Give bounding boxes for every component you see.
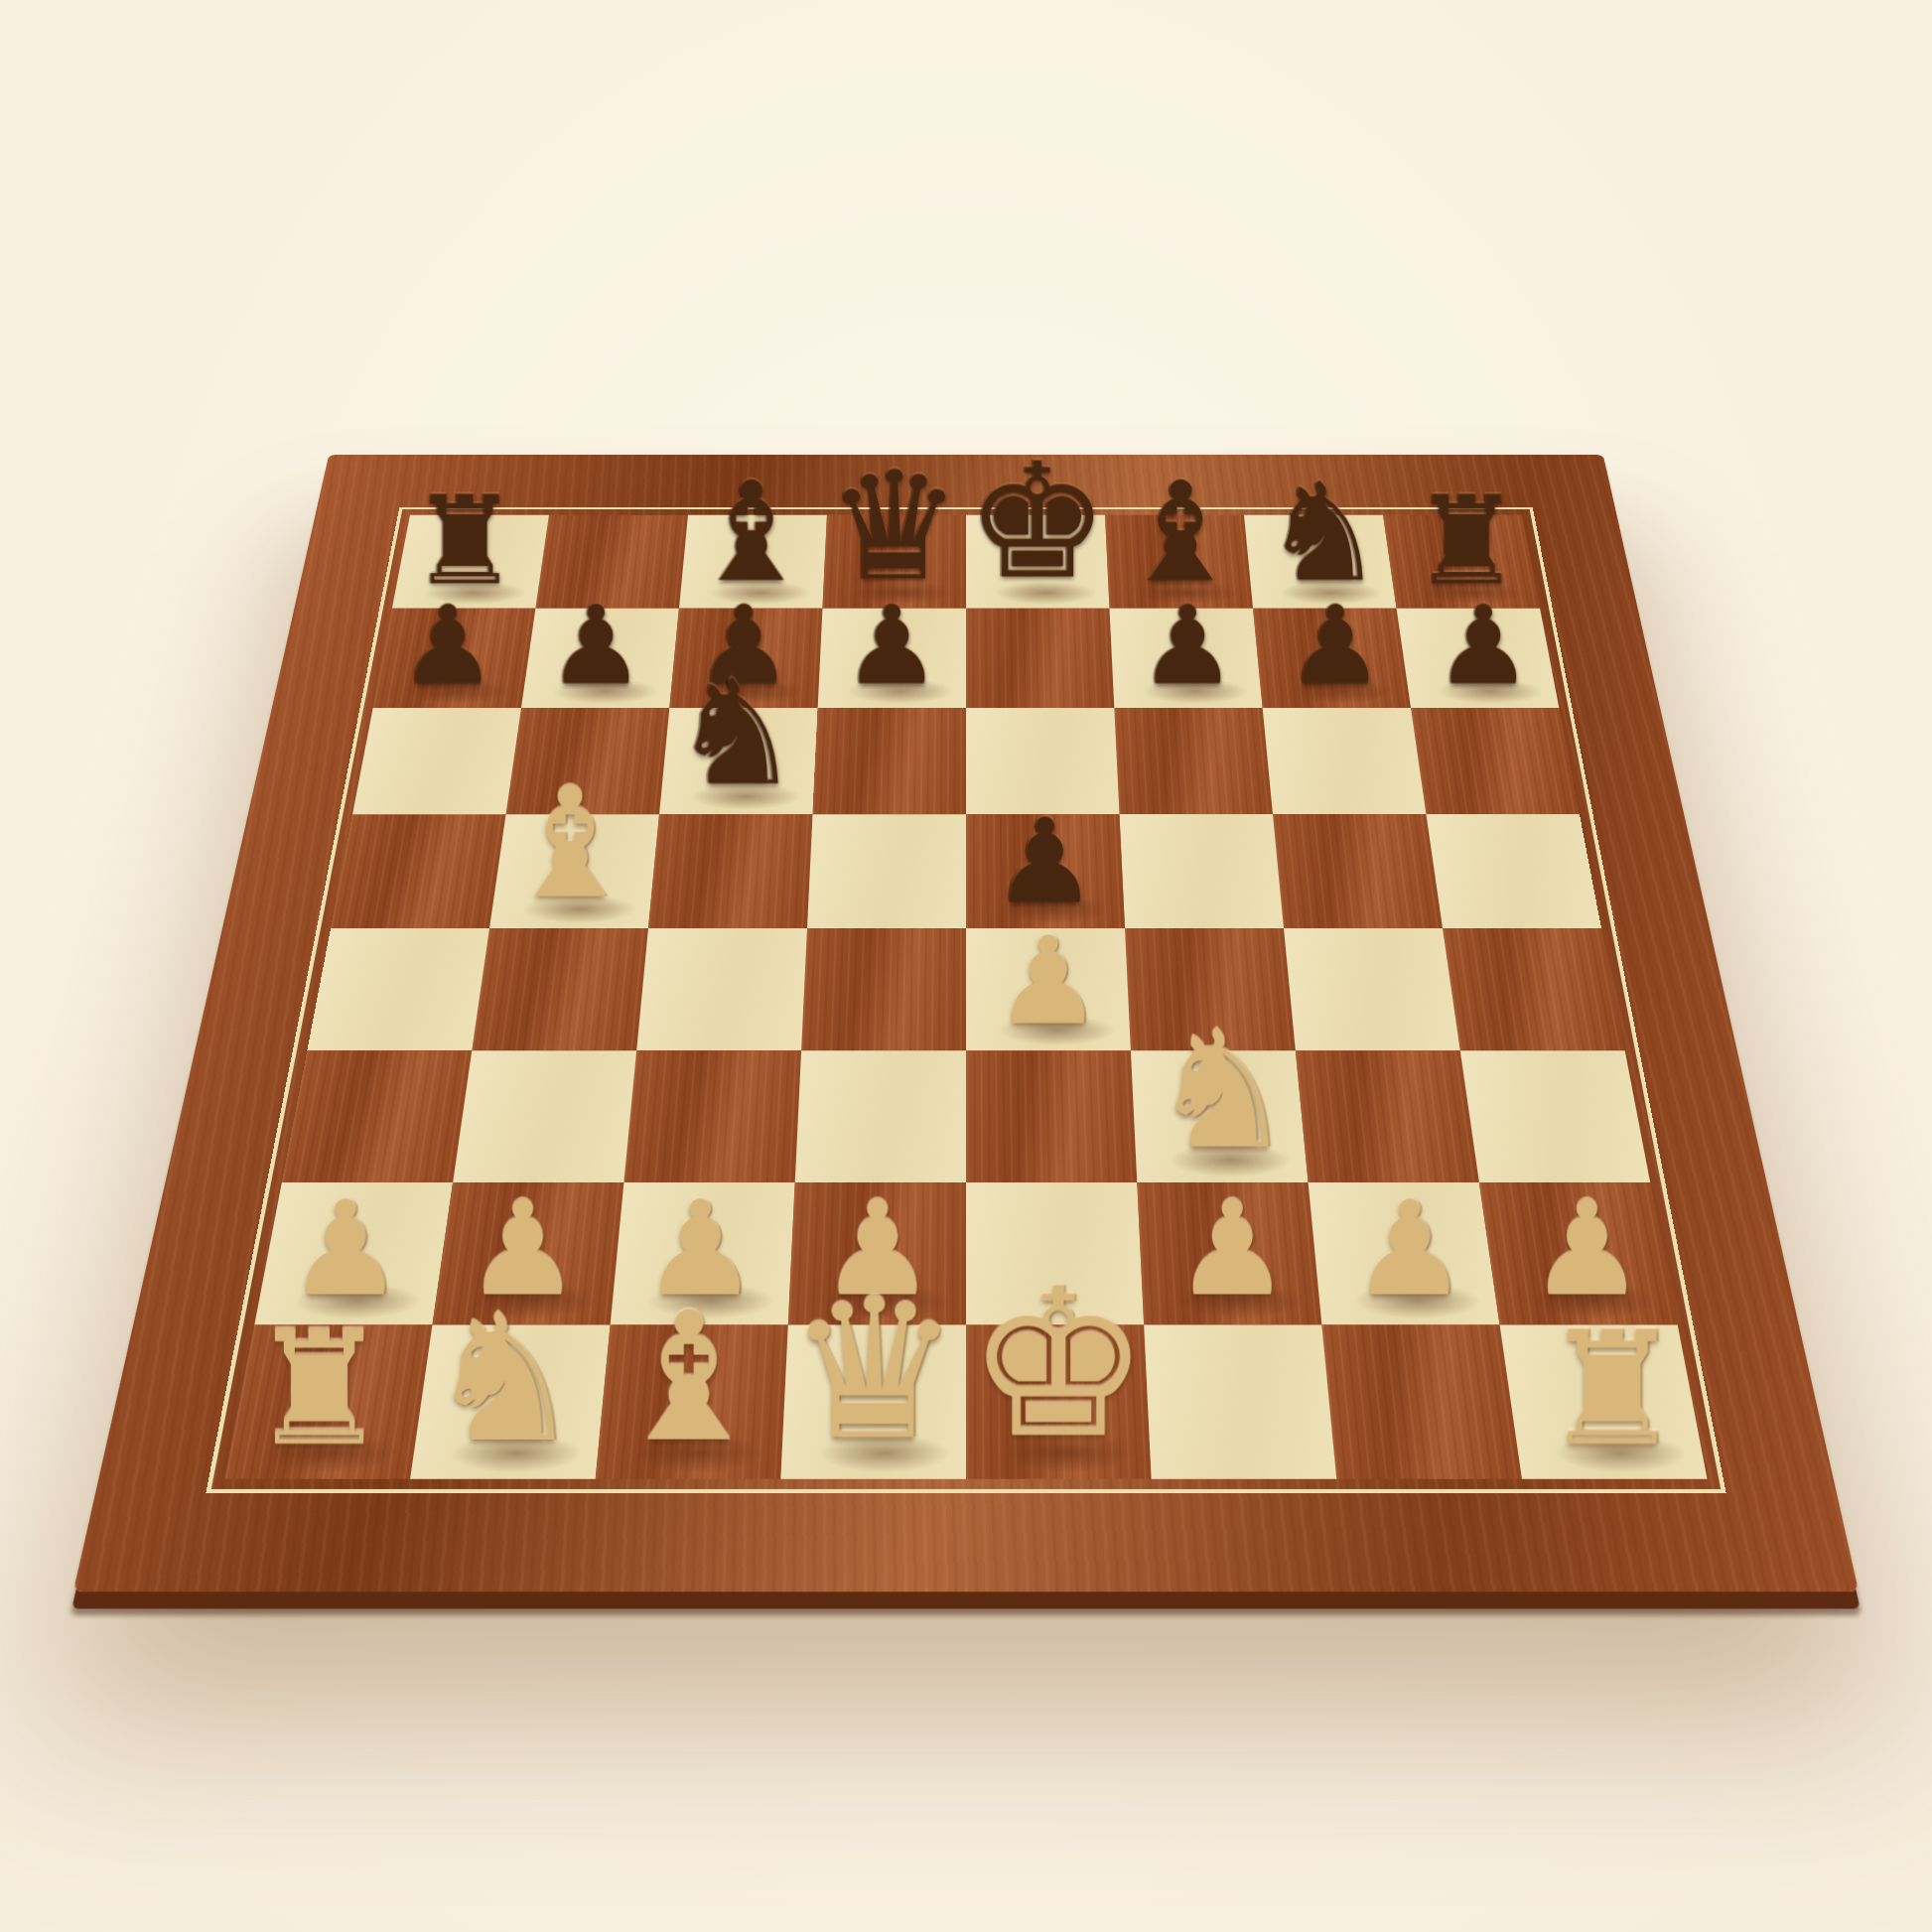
square-e1: ♚ (966, 1324, 1152, 1478)
black-king-e8: ♚ (966, 442, 1109, 601)
white-pawn-a2: ♟ (287, 1183, 404, 1314)
square-e8: ♚ (966, 515, 1110, 609)
white-bishop-b5: ♝ (501, 767, 638, 920)
black-pawn-b7: ♟ (547, 591, 645, 700)
white-rook-h1: ♜ (1542, 1311, 1683, 1467)
square-f7: ♟ (1110, 609, 1263, 708)
square-g4 (1284, 928, 1460, 1050)
square-h1: ♜ (1500, 1324, 1708, 1478)
square-c1: ♝ (596, 1324, 788, 1478)
square-g2: ♟ (1309, 1182, 1500, 1324)
square-h3 (1460, 1050, 1650, 1182)
board-grid: ♜♝♛♚♝♞♜♟♟♟♟♟♟♟♞♝♟♟♞♟♟♟♟♟♟♟♜♞♝♛♚♜ (224, 515, 1707, 1479)
square-g7: ♟ (1253, 609, 1411, 708)
square-e4: ♟ (966, 928, 1131, 1050)
white-pawn-h2: ♟ (1528, 1183, 1645, 1314)
white-knight-b1: ♞ (426, 1292, 583, 1467)
white-pawn-g2: ♟ (1351, 1183, 1468, 1314)
square-c3 (623, 1050, 801, 1182)
square-a3 (282, 1050, 472, 1182)
black-pawn-f7: ♟ (1139, 591, 1237, 700)
square-b1: ♞ (410, 1324, 611, 1478)
black-bishop-f8: ♝ (1119, 464, 1242, 602)
white-rook-a1: ♜ (249, 1311, 390, 1467)
square-b7: ♟ (521, 609, 679, 708)
white-pawn-f2: ♟ (1173, 1183, 1291, 1314)
board-frame: ♜♝♛♚♝♞♜♟♟♟♟♟♟♟♞♝♟♟♞♟♟♟♟♟♟♟♜♞♝♛♚♜ (73, 455, 1859, 1591)
black-pawn-d7: ♟ (843, 591, 941, 700)
square-h5 (1426, 814, 1601, 928)
square-f3: ♞ (1131, 1050, 1309, 1182)
square-f1 (1144, 1324, 1336, 1478)
black-pawn-g7: ♟ (1287, 591, 1385, 700)
square-f2: ♟ (1137, 1182, 1321, 1324)
square-h4 (1443, 928, 1625, 1050)
board-inlay-line: ♜♝♛♚♝♞♜♟♟♟♟♟♟♟♞♝♟♟♞♟♟♟♟♟♟♟♜♞♝♛♚♜ (206, 507, 1725, 1493)
square-e7 (966, 609, 1114, 708)
black-knight-c6: ♞ (671, 661, 801, 806)
black-bishop-c8: ♝ (690, 464, 813, 602)
black-pawn-h7: ♟ (1435, 591, 1533, 700)
square-h6 (1411, 708, 1580, 814)
white-knight-f3: ♞ (1150, 1011, 1295, 1173)
square-d5 (807, 814, 966, 928)
square-d4 (801, 928, 966, 1050)
square-e3 (966, 1050, 1137, 1182)
square-g3 (1296, 1050, 1479, 1182)
square-d6 (813, 708, 966, 814)
chess-board: ♜♝♛♚♝♞♜♟♟♟♟♟♟♟♞♝♟♟♞♟♟♟♟♟♟♟♜♞♝♛♚♜ (73, 455, 1859, 1591)
white-bishop-c1: ♝ (610, 1290, 769, 1467)
square-b4 (472, 928, 648, 1050)
square-d3 (795, 1050, 966, 1182)
square-a4 (307, 928, 489, 1050)
square-f6 (1114, 708, 1273, 814)
square-g5 (1273, 814, 1443, 928)
square-a7: ♟ (373, 609, 536, 708)
black-knight-g8: ♞ (1263, 466, 1385, 602)
square-g6 (1263, 708, 1427, 814)
black-pawn-a7: ♟ (399, 591, 497, 700)
white-pawn-e4: ♟ (994, 920, 1102, 1041)
photo-stage: ♜♝♛♚♝♞♜♟♟♟♟♟♟♟♞♝♟♟♞♟♟♟♟♟♟♟♜♞♝♛♚♜ (0, 0, 1932, 1932)
square-b5: ♝ (489, 814, 659, 928)
black-pawn-e5: ♟ (993, 802, 1098, 919)
square-c4 (636, 928, 807, 1050)
square-a5 (331, 814, 506, 928)
square-d1: ♛ (780, 1324, 966, 1478)
square-h7: ♟ (1397, 609, 1560, 708)
black-queen-d8: ♛ (827, 451, 962, 601)
white-queen-d1: ♛ (786, 1273, 960, 1466)
square-c5 (648, 814, 813, 928)
square-g1 (1321, 1324, 1522, 1478)
square-d7: ♟ (818, 609, 966, 708)
square-c6: ♞ (659, 708, 818, 814)
square-b3 (453, 1050, 636, 1182)
white-king-e1: ♚ (966, 1262, 1151, 1467)
square-a6 (352, 708, 521, 814)
square-a1: ♜ (224, 1324, 432, 1478)
square-f5 (1119, 814, 1284, 928)
